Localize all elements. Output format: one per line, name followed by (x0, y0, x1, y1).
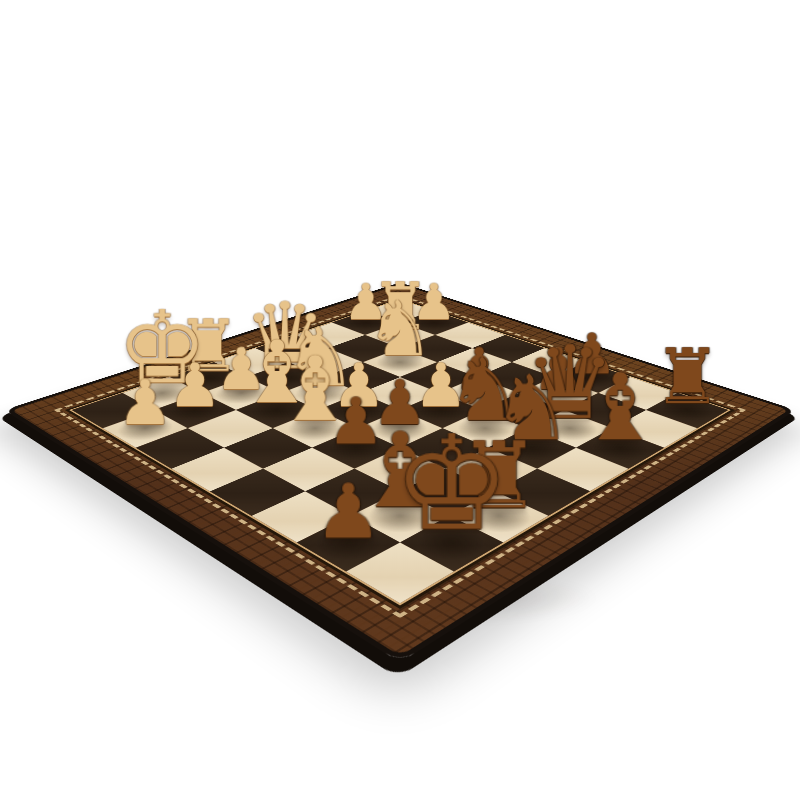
square-c4: ♝ (273, 410, 358, 448)
board-squares: ♟♟♜♟♜♟♞♟♛♝♟♞♞♛♞♟♟♜♟♝♝♟♜♚♟♝♚♟♟ (72, 300, 728, 604)
chess-set-photo: ♟♟♜♟♜♟♞♟♛♝♟♞♞♛♞♟♟♜♟♝♝♟♜♚♟♝♚♟♟ (0, 0, 800, 800)
chess-board: ♟♟♜♟♜♟♞♟♛♝♟♞♞♛♞♟♟♜♟♝♝♟♜♚♟♝♚♟♟ (4, 282, 796, 662)
